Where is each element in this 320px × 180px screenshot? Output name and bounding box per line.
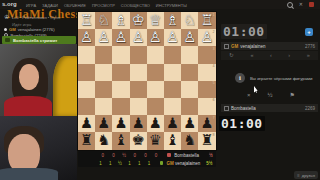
- player-color-chip: [167, 153, 171, 157]
- square-f7[interactable]: ♟: [112, 115, 129, 132]
- square-e2[interactable]: ♙: [130, 29, 147, 46]
- square-h3[interactable]: [78, 46, 95, 63]
- white-pawn[interactable]: ♙: [149, 29, 162, 46]
- white-rook[interactable]: ♖: [80, 12, 93, 29]
- square-d7[interactable]: ♟: [147, 115, 164, 132]
- square-a2[interactable]: ♙2: [198, 29, 215, 46]
- streamer-face: [19, 64, 39, 90]
- square-d1[interactable]: ♕: [147, 12, 164, 29]
- square-c4[interactable]: [164, 64, 181, 81]
- square-c2[interactable]: ♙: [164, 29, 181, 46]
- rank-label: 6: [212, 98, 214, 102]
- square-g5[interactable]: [95, 81, 112, 98]
- square-b5[interactable]: [181, 81, 198, 98]
- time-control-label: 1+0 • Рейтинговая • Пуля: [11, 15, 60, 20]
- rank-label: 3: [212, 47, 214, 51]
- square-e1[interactable]: ♔: [130, 12, 147, 29]
- white-queen[interactable]: ♕: [149, 12, 162, 29]
- black-pawn[interactable]: ♟: [132, 115, 145, 132]
- streamer-shirt: [4, 96, 52, 116]
- webcam-bottom: [0, 116, 77, 180]
- square-g3[interactable]: [95, 46, 112, 63]
- square-h7[interactable]: ♟: [78, 115, 95, 132]
- square-b2[interactable]: ♙: [181, 29, 198, 46]
- game-result: 0: [108, 153, 119, 158]
- player-rating: 2269: [305, 106, 315, 111]
- friends-label: друзья: [302, 173, 315, 178]
- player-name: Bombastella: [231, 106, 303, 111]
- player-title: GM: [231, 44, 238, 49]
- chair-shape: [53, 56, 77, 116]
- white-bishop[interactable]: ♗: [114, 12, 127, 29]
- square-e4[interactable]: [130, 64, 147, 81]
- white-knight[interactable]: ♘: [183, 12, 196, 29]
- game-result: 1: [144, 161, 154, 166]
- square-b6[interactable]: [181, 98, 198, 115]
- black-pawn[interactable]: ♟: [149, 115, 162, 132]
- square-h1[interactable]: ♖: [78, 12, 95, 29]
- square-g2[interactable]: ♙: [95, 29, 112, 46]
- square-f5[interactable]: [112, 81, 129, 98]
- last-move-icon[interactable]: »: [307, 51, 310, 60]
- game-result: ½: [119, 153, 130, 158]
- square-g1[interactable]: ♘: [95, 12, 112, 29]
- square-e6[interactable]: [130, 98, 147, 115]
- resign-icon[interactable]: ⚑: [290, 92, 295, 99]
- score-total: 5½: [200, 161, 215, 166]
- stream-banner-label: Bombastella стримит: [13, 38, 57, 43]
- square-b1[interactable]: ♘: [181, 12, 198, 29]
- square-d5[interactable]: [147, 81, 164, 98]
- square-a7[interactable]: ♟7: [198, 115, 215, 132]
- friends-tab[interactable]: ≡ друзья: [294, 171, 318, 179]
- list-icon: ≡: [297, 173, 299, 178]
- player-status-icon: [224, 106, 229, 111]
- black-rook[interactable]: ♜: [80, 132, 93, 149]
- square-g7[interactable]: ♟: [95, 115, 112, 132]
- nav-item[interactable]: ИНСТРУМЕНТЫ: [156, 3, 187, 8]
- square-c1[interactable]: ♗: [164, 12, 181, 29]
- square-c5[interactable]: [164, 81, 181, 98]
- game-result: 0: [140, 153, 151, 158]
- move-nav-bar: ↻«‹›»: [221, 51, 318, 60]
- square-a6[interactable]: 6: [198, 98, 215, 115]
- square-h4[interactable]: [78, 64, 95, 81]
- game-result: 1: [105, 161, 115, 166]
- rank-label: 4: [212, 64, 214, 68]
- black-king[interactable]: ♚: [132, 132, 145, 149]
- player-rating: 2776: [305, 44, 315, 49]
- player-name: venajalainen (2776): [18, 27, 55, 32]
- black-bishop[interactable]: ♝: [166, 132, 179, 149]
- square-f4[interactable]: [112, 64, 129, 81]
- square-d2[interactable]: ♙: [147, 29, 164, 46]
- square-c6[interactable]: [164, 98, 181, 115]
- header-icons: ✕: [287, 2, 314, 8]
- game-result: 0: [151, 153, 162, 158]
- rank-label: 8: [212, 133, 214, 137]
- square-e5[interactable]: [130, 81, 147, 98]
- square-h5[interactable]: [78, 81, 95, 98]
- white-pawn[interactable]: ♙: [97, 29, 110, 46]
- white-king[interactable]: ♔: [132, 12, 145, 29]
- rank-label: 5: [212, 81, 214, 85]
- square-f2[interactable]: ♙: [112, 29, 129, 46]
- stream-banner[interactable]: Bombastella стримит: [2, 36, 76, 44]
- black-knight[interactable]: ♞: [183, 132, 196, 149]
- square-a1[interactable]: ♖1: [198, 12, 215, 29]
- score-row: 00½000Bombastella½: [78, 151, 216, 159]
- prev-move-icon[interactable]: ‹: [270, 51, 272, 60]
- score-table: 00½000Bombastella½11½111GM venajalainen5…: [78, 151, 216, 167]
- square-b8[interactable]: ♞: [181, 132, 198, 149]
- opponent-clock: 01:00: [221, 24, 267, 39]
- square-e3[interactable]: [130, 46, 147, 63]
- player-title: GM: [9, 27, 16, 32]
- black-pawn[interactable]: ♟: [80, 115, 93, 132]
- square-c8[interactable]: ♝: [164, 132, 181, 149]
- square-b3[interactable]: [181, 46, 198, 63]
- white-pawn[interactable]: ♙: [114, 29, 127, 46]
- notification-icon[interactable]: [309, 2, 314, 7]
- game-result: 1: [134, 161, 144, 166]
- white-king-icon: ♔: [4, 14, 9, 20]
- square-d8[interactable]: ♛: [147, 132, 164, 149]
- rank-label: 2: [212, 30, 214, 34]
- own-player-bar[interactable]: Bombastella 2269: [221, 104, 318, 112]
- white-bishop[interactable]: ♗: [166, 12, 179, 29]
- abort-icon[interactable]: ×: [247, 92, 251, 99]
- first-move-icon[interactable]: «: [250, 51, 253, 60]
- white-pawn[interactable]: ♙: [183, 29, 196, 46]
- black-queen[interactable]: ♛: [149, 132, 162, 149]
- square-h8[interactable]: ♜: [78, 132, 95, 149]
- black-knight[interactable]: ♞: [97, 132, 110, 149]
- nav-item[interactable]: СООБЩЕСТВО: [121, 3, 150, 8]
- score-row: 11½111GM venajalainen5½: [78, 159, 216, 167]
- white-pawn[interactable]: ♙: [80, 29, 93, 46]
- score-player-name: GM venajalainen: [166, 161, 200, 166]
- player-color-chip: [160, 161, 164, 165]
- opponent-player-bar[interactable]: GM venajalainen 2776: [221, 42, 318, 50]
- square-g4[interactable]: [95, 64, 112, 81]
- chess-board[interactable]: ♖♘♗♔♕♗♘♖1♙♙♙♙♙♙♙♙23456♟♟♟♟♟♟♟♟7♜♞♝♚♛♝♞♜8: [78, 12, 216, 150]
- game-actions: ×½⚑: [247, 92, 295, 99]
- next-move-icon[interactable]: ›: [288, 51, 290, 60]
- player-name: venajalainen: [240, 44, 303, 49]
- square-a8[interactable]: ♜8: [198, 132, 215, 149]
- webcam-top: [0, 44, 77, 116]
- player-status-icon: [224, 44, 229, 49]
- co-streamer-shirt: [0, 168, 58, 180]
- game-result: 1: [125, 161, 135, 166]
- black-pawn[interactable]: ♟: [114, 115, 127, 132]
- square-d6[interactable]: [147, 98, 164, 115]
- offer-draw-icon[interactable]: ½: [268, 92, 273, 99]
- square-f3[interactable]: [112, 46, 129, 63]
- square-h2[interactable]: ♙: [78, 29, 95, 46]
- square-d4[interactable]: [147, 64, 164, 81]
- black-bishop[interactable]: ♝: [114, 132, 127, 149]
- square-h6[interactable]: [78, 98, 95, 115]
- score-total: ½: [199, 153, 216, 158]
- player-list-row-white[interactable]: GM venajalainen (2776): [4, 27, 76, 32]
- square-a5[interactable]: 5: [198, 81, 215, 98]
- square-f1[interactable]: ♗: [112, 12, 129, 29]
- search-icon[interactable]: [287, 2, 293, 8]
- rank-label: 1: [212, 13, 214, 17]
- square-a4[interactable]: 4: [198, 64, 215, 81]
- white-pawn[interactable]: ♙: [132, 29, 145, 46]
- game-result: 0: [97, 153, 108, 158]
- square-g8[interactable]: ♞: [95, 132, 112, 149]
- game-result: 0: [129, 153, 140, 158]
- square-g6[interactable]: [95, 98, 112, 115]
- black-pawn[interactable]: ♟: [97, 115, 110, 132]
- square-c7[interactable]: ♟: [164, 115, 181, 132]
- square-e7[interactable]: ♟: [130, 115, 147, 132]
- score-player-name: Bombastella: [174, 153, 199, 158]
- white-dot-icon: [4, 28, 7, 31]
- square-b4[interactable]: [181, 64, 198, 81]
- give-time-icon[interactable]: +: [305, 28, 313, 36]
- square-a3[interactable]: 3: [198, 46, 215, 63]
- square-f6[interactable]: [112, 98, 129, 115]
- nav-item[interactable]: ПРОСМОТР: [92, 3, 115, 8]
- tv-icon: [5, 38, 10, 42]
- close-icon[interactable]: ✕: [299, 2, 303, 7]
- square-b7[interactable]: ♟: [181, 115, 198, 132]
- game-meta: ♔ 1+0 • Рейтинговая • Пуля Идёт игра: [4, 14, 76, 27]
- own-clock: 01:00: [219, 116, 265, 131]
- page: s.org ИГРАЗАДАЧИОБУЧЕНИЕПРОСМОТРСООБЩЕСТ…: [0, 0, 320, 180]
- square-e8[interactable]: ♚: [130, 132, 147, 149]
- square-d3[interactable]: [147, 46, 164, 63]
- white-pawn[interactable]: ♙: [166, 29, 179, 46]
- side-info-text: Вы играете чёрными фигурами: [250, 76, 316, 81]
- info-icon: i: [235, 73, 245, 83]
- black-pawn[interactable]: ♟: [183, 115, 196, 132]
- game-result: ½: [115, 161, 125, 166]
- square-c3[interactable]: [164, 46, 181, 63]
- game-result: 1: [96, 161, 106, 166]
- cycle-icon[interactable]: ↻: [229, 51, 234, 60]
- black-pawn[interactable]: ♟: [166, 115, 179, 132]
- rank-label: 7: [212, 116, 214, 120]
- square-f8[interactable]: ♝: [112, 132, 129, 149]
- white-knight[interactable]: ♘: [97, 12, 110, 29]
